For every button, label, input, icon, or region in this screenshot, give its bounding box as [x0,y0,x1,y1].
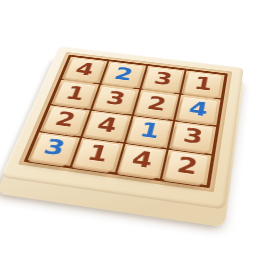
number-tile[interactable]: 2 [104,63,143,87]
board-grid: 4 2 3 1 1 3 2 4 2 4 1 3 3 1 4 2 [24,55,228,188]
number-tile[interactable]: 3 [31,134,76,163]
number-tile[interactable]: 1 [129,118,171,146]
tile-number: 4 [187,99,209,119]
tile-number: 2 [113,65,135,83]
number-tile[interactable]: 3 [95,87,136,112]
number-tile[interactable]: 4 [65,58,104,81]
number-tile[interactable]: 3 [144,68,182,92]
number-tile[interactable]: 1 [75,140,119,170]
board-base: 4 2 3 1 1 3 2 4 2 4 1 3 3 1 4 2 [18,52,232,192]
number-tile[interactable]: 1 [55,82,96,107]
grid-cell: 2 [134,90,180,120]
grid-cell: 3 [141,66,185,93]
tile-number: 4 [95,115,120,136]
tile-number: 3 [152,70,174,88]
tile-number: 2 [53,109,78,129]
tile-number: 2 [175,155,199,178]
tile-number: 4 [130,149,155,172]
grid-cell: 2 [162,150,211,186]
tile-number: 1 [63,84,87,103]
number-tile[interactable]: 4 [86,112,128,139]
grid-cell: 3 [28,132,80,166]
grid-cell: 2 [101,61,146,88]
grid-cell: 1 [182,71,225,99]
number-tile[interactable]: 4 [120,146,164,176]
grid-cell: 3 [92,85,139,114]
tile-number: 3 [182,126,205,147]
puzzle-board: 4 2 3 1 1 3 2 4 2 4 1 3 3 1 4 2 [1,46,244,210]
grid-cell: 3 [169,121,216,154]
number-tile[interactable]: 1 [184,72,221,96]
grid-cell: 4 [176,95,221,125]
number-tile[interactable]: 4 [179,97,218,123]
grid-cell: 4 [62,57,107,84]
tile-number: 2 [145,94,168,114]
grid-cell: 1 [51,80,98,109]
tile-number: 1 [138,120,162,141]
grid-cell: 2 [40,105,90,136]
tile-number: 3 [104,89,128,108]
number-tile[interactable]: 2 [166,152,209,183]
grid-cell: 1 [126,116,174,148]
grid-cell: 1 [72,138,123,172]
grid-cell: 4 [117,144,167,179]
grid-cell: 4 [82,110,131,142]
product-photo-background: 4 2 3 1 1 3 2 4 2 4 1 3 3 1 4 2 [0,0,268,268]
tile-number: 1 [193,75,214,93]
tile-number: 4 [73,61,96,79]
number-tile[interactable]: 2 [43,107,86,134]
tile-number: 1 [85,143,111,166]
number-tile[interactable]: 2 [137,92,177,118]
number-tile[interactable]: 3 [172,123,213,151]
tile-number: 3 [41,137,68,159]
